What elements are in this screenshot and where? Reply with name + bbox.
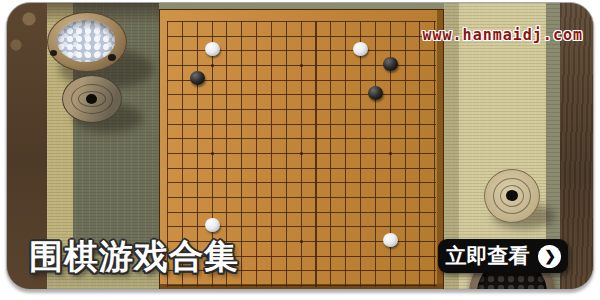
site-url-watermark: www.hanmaidj.com (423, 26, 584, 44)
white-stones-pile (57, 20, 115, 62)
left-bowl-lid (62, 75, 122, 123)
loose-black-stone (50, 50, 57, 56)
black-stone (368, 86, 383, 100)
white-stone (383, 233, 398, 247)
view-now-label: 立即查看 (446, 246, 530, 267)
banner-title: 围棋游戏合集 (29, 239, 239, 273)
arrow-right-icon: ❯ (538, 245, 561, 268)
lid-knob (86, 94, 97, 104)
white-stone (205, 218, 220, 232)
white-stone (353, 42, 368, 56)
white-stone-bowl (47, 12, 127, 72)
lid-knob (506, 190, 518, 201)
go-banner-card[interactable]: www.hanmaidj.com 围棋游戏合集 立即查看 ❯ (6, 2, 594, 290)
black-stone (190, 71, 205, 85)
view-now-button[interactable]: 立即查看 ❯ (438, 239, 568, 273)
right-bowl-lid (484, 169, 540, 223)
black-stone (383, 57, 398, 71)
loose-black-stone (108, 54, 116, 61)
white-stone (205, 42, 220, 56)
